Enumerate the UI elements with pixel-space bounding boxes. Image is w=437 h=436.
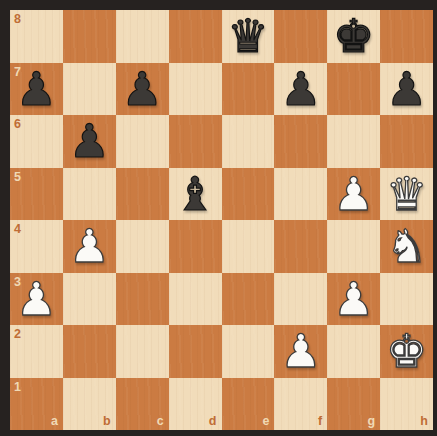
rank-label: 4 — [14, 223, 21, 236]
file-label: g — [367, 415, 375, 428]
square-d5[interactable]: ♝ — [169, 168, 222, 221]
square-a1[interactable]: 1a — [10, 378, 63, 431]
file-label: f — [318, 415, 322, 428]
square-f3[interactable] — [274, 273, 327, 326]
square-c5[interactable] — [116, 168, 169, 221]
square-e5[interactable] — [222, 168, 275, 221]
piece-black-pawn[interactable]: ♟ — [16, 66, 57, 112]
square-b6[interactable]: ♟ — [63, 115, 116, 168]
square-g1[interactable]: g — [327, 378, 380, 431]
square-d2[interactable] — [169, 325, 222, 378]
square-g3[interactable]: ♟ — [327, 273, 380, 326]
piece-black-king[interactable]: ♚ — [333, 13, 374, 59]
square-d1[interactable]: d — [169, 378, 222, 431]
square-c7[interactable]: ♟ — [116, 63, 169, 116]
square-g4[interactable] — [327, 220, 380, 273]
square-b3[interactable] — [63, 273, 116, 326]
piece-black-pawn[interactable]: ♟ — [386, 66, 427, 112]
square-c2[interactable] — [116, 325, 169, 378]
square-g5[interactable]: ♟ — [327, 168, 380, 221]
square-a2[interactable]: 2 — [10, 325, 63, 378]
square-b4[interactable]: ♟ — [63, 220, 116, 273]
piece-white-pawn[interactable]: ♟ — [69, 223, 110, 269]
square-f1[interactable]: f — [274, 378, 327, 431]
square-f2[interactable]: ♟ — [274, 325, 327, 378]
square-h4[interactable]: ♞ — [380, 220, 433, 273]
piece-white-king[interactable]: ♚ — [386, 328, 427, 374]
square-e4[interactable] — [222, 220, 275, 273]
square-d7[interactable] — [169, 63, 222, 116]
square-h3[interactable] — [380, 273, 433, 326]
piece-white-pawn[interactable]: ♟ — [333, 171, 374, 217]
square-d8[interactable] — [169, 10, 222, 63]
file-label: e — [262, 415, 269, 428]
square-e2[interactable] — [222, 325, 275, 378]
square-g2[interactable] — [327, 325, 380, 378]
square-c1[interactable]: c — [116, 378, 169, 431]
board-frame: 8♛♚7♟♟♟♟6♟5♝♟♛4♟♞3♟♟2♟♚1abcdefgh — [0, 0, 437, 436]
square-b8[interactable] — [63, 10, 116, 63]
square-d4[interactable] — [169, 220, 222, 273]
square-e8[interactable]: ♛ — [222, 10, 275, 63]
square-e3[interactable] — [222, 273, 275, 326]
square-f5[interactable] — [274, 168, 327, 221]
piece-black-pawn[interactable]: ♟ — [280, 66, 321, 112]
rank-label: 8 — [14, 13, 21, 26]
file-label: c — [157, 415, 164, 428]
square-c4[interactable] — [116, 220, 169, 273]
file-label: d — [209, 415, 217, 428]
piece-white-pawn[interactable]: ♟ — [333, 276, 374, 322]
chess-board: 8♛♚7♟♟♟♟6♟5♝♟♛4♟♞3♟♟2♟♚1abcdefgh — [10, 10, 433, 430]
piece-white-pawn[interactable]: ♟ — [280, 328, 321, 374]
file-label: a — [51, 415, 58, 428]
piece-white-queen[interactable]: ♛ — [386, 171, 427, 217]
square-h8[interactable] — [380, 10, 433, 63]
rank-label: 5 — [14, 171, 21, 184]
square-f7[interactable]: ♟ — [274, 63, 327, 116]
square-a8[interactable]: 8 — [10, 10, 63, 63]
square-c8[interactable] — [116, 10, 169, 63]
piece-black-pawn[interactable]: ♟ — [69, 118, 110, 164]
rank-label: 1 — [14, 381, 21, 394]
piece-white-pawn[interactable]: ♟ — [16, 276, 57, 322]
square-e6[interactable] — [222, 115, 275, 168]
square-h5[interactable]: ♛ — [380, 168, 433, 221]
file-label: h — [420, 415, 428, 428]
piece-black-queen[interactable]: ♛ — [227, 13, 268, 59]
square-h6[interactable] — [380, 115, 433, 168]
square-f6[interactable] — [274, 115, 327, 168]
square-d6[interactable] — [169, 115, 222, 168]
square-f4[interactable] — [274, 220, 327, 273]
square-a6[interactable]: 6 — [10, 115, 63, 168]
piece-white-knight[interactable]: ♞ — [386, 223, 427, 269]
piece-black-pawn[interactable]: ♟ — [122, 66, 163, 112]
square-h7[interactable]: ♟ — [380, 63, 433, 116]
square-b5[interactable] — [63, 168, 116, 221]
rank-label: 2 — [14, 328, 21, 341]
square-b7[interactable] — [63, 63, 116, 116]
file-label: b — [103, 415, 111, 428]
square-e7[interactable] — [222, 63, 275, 116]
square-b2[interactable] — [63, 325, 116, 378]
square-e1[interactable]: e — [222, 378, 275, 431]
piece-black-bishop[interactable]: ♝ — [174, 171, 215, 217]
square-d3[interactable] — [169, 273, 222, 326]
square-a7[interactable]: 7♟ — [10, 63, 63, 116]
square-h2[interactable]: ♚ — [380, 325, 433, 378]
square-g7[interactable] — [327, 63, 380, 116]
square-a5[interactable]: 5 — [10, 168, 63, 221]
square-f8[interactable] — [274, 10, 327, 63]
square-b1[interactable]: b — [63, 378, 116, 431]
square-h1[interactable]: h — [380, 378, 433, 431]
square-c6[interactable] — [116, 115, 169, 168]
square-g6[interactable] — [327, 115, 380, 168]
rank-label: 6 — [14, 118, 21, 131]
square-c3[interactable] — [116, 273, 169, 326]
square-a3[interactable]: 3♟ — [10, 273, 63, 326]
square-a4[interactable]: 4 — [10, 220, 63, 273]
square-g8[interactable]: ♚ — [327, 10, 380, 63]
